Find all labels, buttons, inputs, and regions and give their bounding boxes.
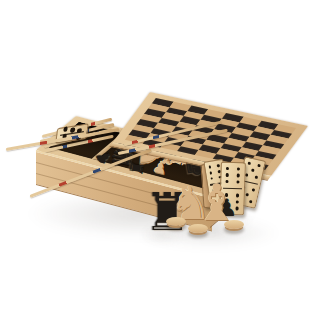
jumbled-piece: ♟ xyxy=(151,158,169,177)
domino-pip xyxy=(251,169,255,173)
game-set-photo: ♛♟♜♞♝♟♞♚♝ ♟♜♞♝ xyxy=(0,0,320,320)
domino-pip xyxy=(251,188,255,192)
domino-pip xyxy=(249,199,253,203)
checker-disc xyxy=(166,217,186,226)
checker-disc xyxy=(188,224,208,233)
domino-pip xyxy=(217,164,220,167)
domino-pip xyxy=(245,193,249,197)
domino-pip xyxy=(208,166,211,169)
domino-pip xyxy=(63,127,68,132)
domino-pip xyxy=(226,167,230,171)
domino-pip xyxy=(237,167,241,171)
domino-pip xyxy=(248,162,252,166)
domino-pip xyxy=(257,164,261,168)
domino-pip xyxy=(70,127,75,132)
checker-disc xyxy=(224,220,244,229)
domino-pip xyxy=(254,176,258,180)
